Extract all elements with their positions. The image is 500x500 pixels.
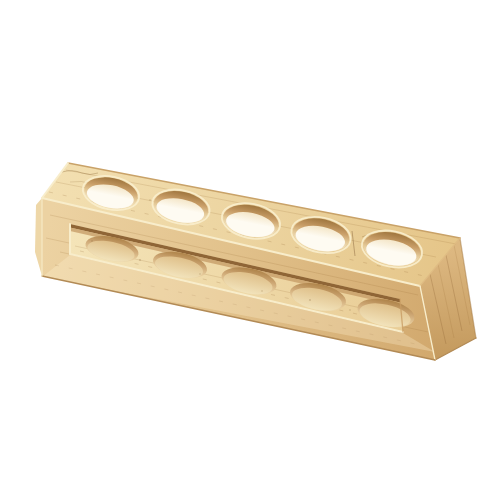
bamboo-rack [0,0,500,500]
product-photo [0,0,500,500]
rack-end-face-left [35,198,42,276]
